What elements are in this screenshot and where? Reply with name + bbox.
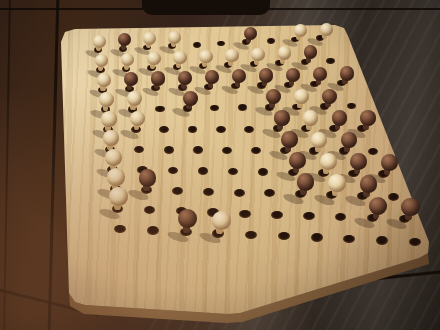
photo-vignette	[0, 0, 440, 330]
photo-scene	[0, 0, 440, 330]
